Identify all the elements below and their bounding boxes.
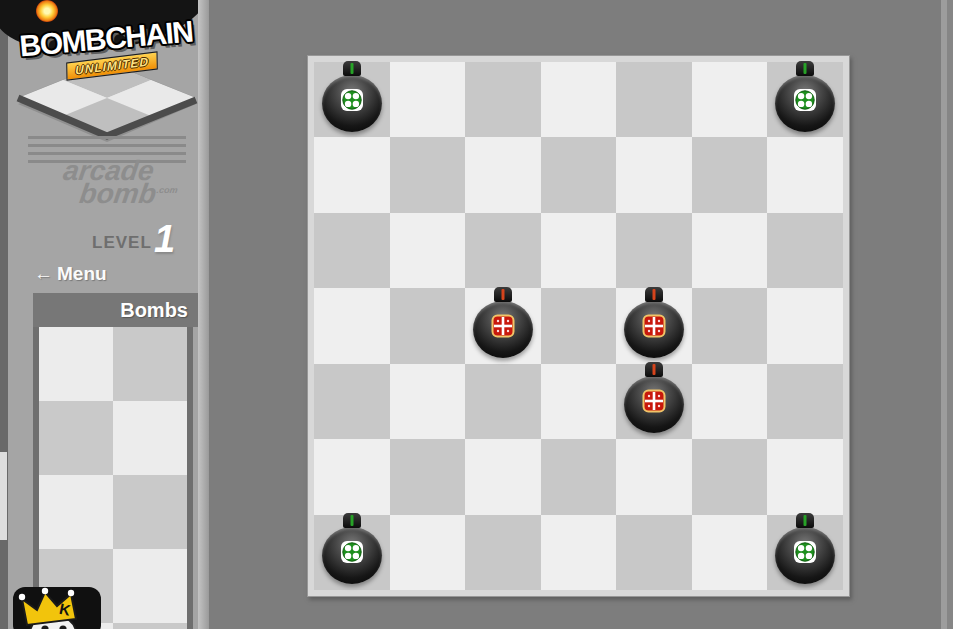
board-cell[interactable] xyxy=(692,137,768,212)
board-cell[interactable] xyxy=(314,213,390,288)
board-cell[interactable] xyxy=(314,288,390,363)
arcadebomb-logo: arcade bomb.com xyxy=(15,160,199,206)
board-cell[interactable] xyxy=(692,364,768,439)
board-cell[interactable] xyxy=(616,213,692,288)
bomb-piece-green[interactable] xyxy=(773,61,837,132)
bomb-piece-green[interactable] xyxy=(320,513,384,584)
bomb-piece-green[interactable] xyxy=(773,513,837,584)
board-cell[interactable] xyxy=(390,213,466,288)
board-cell[interactable] xyxy=(616,137,692,212)
sidebar: BOMBCHAIN UNLIMITED arcade bomb.com LEVE… xyxy=(8,0,198,629)
menu-link[interactable]: ←Menu xyxy=(34,263,107,285)
green-clover-icon xyxy=(793,88,817,112)
board-cell[interactable] xyxy=(314,62,390,137)
board-cell[interactable] xyxy=(314,137,390,212)
board-cell[interactable] xyxy=(390,439,466,514)
bomb-fuse-cap xyxy=(796,513,814,528)
bomb-fuse-cap xyxy=(343,61,361,76)
board-cell[interactable] xyxy=(465,515,541,590)
board-cell[interactable] xyxy=(541,288,617,363)
sidebar-edge-bevel xyxy=(198,0,209,629)
board-cell[interactable] xyxy=(616,515,692,590)
bomb-piece-red[interactable] xyxy=(622,287,686,358)
board-cell[interactable] xyxy=(541,364,617,439)
board-cell[interactable] xyxy=(541,439,617,514)
board-cell[interactable] xyxy=(465,137,541,212)
right-edge-strip xyxy=(947,0,953,629)
board-cell[interactable] xyxy=(465,62,541,137)
board-cell[interactable] xyxy=(541,213,617,288)
green-clover-icon xyxy=(340,540,364,564)
board-cell[interactable] xyxy=(616,62,692,137)
board-cell[interactable] xyxy=(541,137,617,212)
board-cell[interactable] xyxy=(390,515,466,590)
bomb-fuse-cap xyxy=(343,513,361,528)
board-cell[interactable] xyxy=(390,62,466,137)
level-value: 1 xyxy=(154,218,175,261)
board-cell[interactable] xyxy=(616,288,692,363)
left-edge-notch xyxy=(0,452,7,540)
board-cell[interactable] xyxy=(465,288,541,363)
bombs-tray xyxy=(33,327,193,629)
board-cell[interactable] xyxy=(541,515,617,590)
board-cell[interactable] xyxy=(390,137,466,212)
divider-line xyxy=(28,136,186,139)
bombs-panel-title: Bombs xyxy=(120,299,198,321)
board-cell[interactable] xyxy=(767,515,843,590)
board-cell[interactable] xyxy=(616,439,692,514)
green-clover-icon xyxy=(340,88,364,112)
red-cross-icon xyxy=(642,314,666,338)
bomb-piece-green[interactable] xyxy=(320,61,384,132)
game-window: BOMBCHAIN UNLIMITED arcade bomb.com LEVE… xyxy=(0,0,953,629)
board-cell[interactable] xyxy=(465,364,541,439)
board-frame xyxy=(307,55,850,597)
bomb-fuse-cap xyxy=(494,287,512,302)
back-arrow-icon: ← xyxy=(34,263,53,284)
board-cell[interactable] xyxy=(692,439,768,514)
bomb-piece-red[interactable] xyxy=(622,362,686,433)
arcadebomb-logo-line2: bomb.com xyxy=(15,183,196,206)
crown-skull-icon: K xyxy=(13,587,101,629)
bomb-piece-red[interactable] xyxy=(471,287,535,358)
bomb-fuse-cap xyxy=(645,362,663,377)
bomb-fuse-cap xyxy=(645,287,663,302)
board-cell[interactable] xyxy=(465,439,541,514)
red-cross-icon xyxy=(642,389,666,413)
board-cell[interactable] xyxy=(314,364,390,439)
board-cell[interactable] xyxy=(692,288,768,363)
board-cell[interactable] xyxy=(767,213,843,288)
board-cell[interactable] xyxy=(465,213,541,288)
game-logo: BOMBCHAIN UNLIMITED xyxy=(8,0,198,140)
bomb-fuse-cap xyxy=(796,61,814,76)
menu-link-label: Menu xyxy=(57,263,107,284)
board-cell[interactable] xyxy=(541,62,617,137)
board-cell[interactable] xyxy=(692,62,768,137)
crown-character-badge[interactable]: K xyxy=(13,587,101,629)
board-cell[interactable] xyxy=(314,439,390,514)
board-cell[interactable] xyxy=(692,213,768,288)
board-cell[interactable] xyxy=(767,364,843,439)
board-cell[interactable] xyxy=(767,137,843,212)
board-cell[interactable] xyxy=(616,364,692,439)
divider-line xyxy=(28,144,186,147)
board-cell[interactable] xyxy=(390,364,466,439)
red-cross-icon xyxy=(491,314,515,338)
level-label: LEVEL xyxy=(92,233,152,253)
board-cell[interactable] xyxy=(692,515,768,590)
board-cell[interactable] xyxy=(767,288,843,363)
board xyxy=(314,62,843,590)
logo-fuse-spark-icon xyxy=(36,0,58,22)
board-cell[interactable] xyxy=(314,515,390,590)
arcadebomb-logo-suffix: .com xyxy=(156,185,178,195)
board-cell[interactable] xyxy=(767,62,843,137)
board-cell[interactable] xyxy=(390,288,466,363)
green-clover-icon xyxy=(793,540,817,564)
board-cell[interactable] xyxy=(767,439,843,514)
bombs-panel-header: Bombs xyxy=(33,293,198,327)
